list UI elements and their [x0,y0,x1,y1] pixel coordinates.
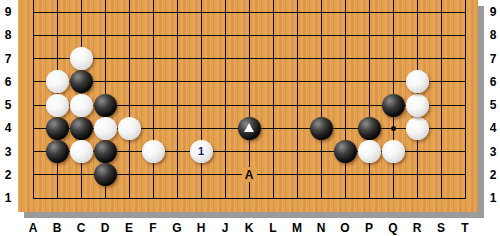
black-stone-C6[interactable] [70,70,93,93]
grid-hline-9 [33,12,466,13]
black-stone-N4[interactable] [310,117,333,140]
column-label-O: O [335,221,355,235]
grid-vline-M [297,0,298,199]
grid-hline-6 [33,81,466,82]
white-stone-D4[interactable] [94,117,117,140]
white-stone-B6[interactable] [46,70,69,93]
grid-vline-N [321,0,322,199]
grid-vline-P [369,0,370,199]
grid-vline-F [153,0,154,199]
move-number-label: 1 [190,140,213,163]
row-label-left-3: 3 [0,145,16,159]
row-label-left-2: 2 [0,168,16,182]
column-label-N: N [311,221,331,235]
white-stone-R6[interactable] [406,70,429,93]
row-label-left-7: 7 [0,52,16,66]
star-point-Q4 [391,126,396,131]
column-label-H: H [191,221,211,235]
column-label-J: J [215,221,235,235]
grid-vline-G [177,0,178,199]
triangle-marker-icon [244,123,254,132]
black-stone-D2[interactable] [94,163,117,186]
column-label-S: S [431,221,451,235]
row-label-left-6: 6 [0,75,16,89]
black-stone-P4[interactable] [358,117,381,140]
grid-hline-1 [33,198,466,199]
grid-hline-8 [33,35,466,36]
column-label-K: K [239,221,259,235]
grid-vline-E [129,0,130,199]
black-stone-Q5[interactable] [382,94,405,117]
column-label-R: R [407,221,427,235]
column-label-F: F [143,221,163,235]
row-label-right-1: 1 [485,191,500,205]
grid-vline-J [225,0,226,199]
white-stone-B5[interactable] [46,94,69,117]
black-stone-C4[interactable] [70,117,93,140]
white-stone-C7[interactable] [70,47,93,70]
row-label-left-5: 5 [0,98,16,112]
row-label-right-2: 2 [485,168,500,182]
grid-vline-A [33,0,34,199]
white-stone-F3[interactable] [142,140,165,163]
row-label-right-4: 4 [485,121,500,135]
grid-vline-T [465,0,466,199]
column-label-T: T [455,221,475,235]
row-label-left-1: 1 [0,191,16,205]
row-label-right-3: 3 [485,145,500,159]
row-label-right-8: 8 [485,28,500,42]
white-stone-C5[interactable] [70,94,93,117]
column-label-C: C [71,221,91,235]
white-stone-P3[interactable] [358,140,381,163]
row-label-right-7: 7 [485,52,500,66]
grid-vline-H [201,0,202,199]
row-label-left-4: 4 [0,121,16,135]
point-letter-A-K2[interactable]: A [242,167,257,182]
column-label-D: D [95,221,115,235]
go-diagram-page: 1A 987654321 987654321 ABCDEFGHJKLMNOPQR… [0,0,500,236]
column-label-P: P [359,221,379,235]
grid-vline-S [441,0,442,199]
black-stone-K4[interactable] [238,117,261,140]
column-label-G: G [167,221,187,235]
column-label-Q: Q [383,221,403,235]
row-label-left-8: 8 [0,28,16,42]
row-label-right-9: 9 [485,5,500,19]
white-stone-R4[interactable] [406,117,429,140]
black-stone-O3[interactable] [334,140,357,163]
row-label-right-6: 6 [485,75,500,89]
black-stone-D3[interactable] [94,140,117,163]
column-label-L: L [263,221,283,235]
black-stone-B3[interactable] [46,140,69,163]
grid-hline-7 [33,58,466,59]
row-label-left-9: 9 [0,5,16,19]
black-stone-D5[interactable] [94,94,117,117]
grid-vline-O [345,0,346,199]
column-label-M: M [287,221,307,235]
row-label-right-5: 5 [485,98,500,112]
column-label-E: E [119,221,139,235]
black-stone-B4[interactable] [46,117,69,140]
white-stone-R5[interactable] [406,94,429,117]
column-label-B: B [47,221,67,235]
white-stone-Q3[interactable] [382,140,405,163]
white-stone-H3[interactable]: 1 [190,140,213,163]
grid-vline-L [273,0,274,199]
go-board[interactable]: 1A [18,0,478,212]
column-label-A: A [23,221,43,235]
white-stone-E4[interactable] [118,117,141,140]
white-stone-C3[interactable] [70,140,93,163]
